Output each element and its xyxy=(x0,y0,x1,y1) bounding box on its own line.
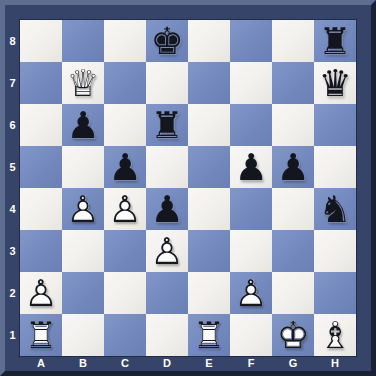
black-pawn-icon: ♟ xyxy=(230,146,272,188)
white-king-outline-icon: ♔ xyxy=(272,314,314,356)
piece-black-king[interactable]: ♚ xyxy=(146,20,188,62)
piece-black-rook[interactable]: ♜ xyxy=(146,104,188,146)
square-c6[interactable] xyxy=(104,104,146,146)
square-d8[interactable]: ♚ xyxy=(146,20,188,62)
square-f2[interactable]: ♟♙ xyxy=(230,272,272,314)
square-f7[interactable] xyxy=(230,62,272,104)
white-pawn-outline-icon: ♙ xyxy=(146,230,188,272)
file-label-c: C xyxy=(104,356,146,371)
square-d6[interactable]: ♜ xyxy=(146,104,188,146)
square-c1[interactable] xyxy=(104,314,146,356)
square-c2[interactable] xyxy=(104,272,146,314)
square-g4[interactable] xyxy=(272,188,314,230)
black-pawn-icon: ♟ xyxy=(62,104,104,146)
file-label-b: B xyxy=(62,356,104,371)
black-rook-icon: ♜ xyxy=(146,104,188,146)
rank-label-6: 6 xyxy=(5,104,20,146)
square-e1[interactable]: ♜♖ xyxy=(188,314,230,356)
square-d7[interactable] xyxy=(146,62,188,104)
square-c8[interactable] xyxy=(104,20,146,62)
file-label-h: H xyxy=(314,356,356,371)
square-d1[interactable] xyxy=(146,314,188,356)
piece-white-king[interactable]: ♚♔ xyxy=(272,314,314,356)
square-h7[interactable]: ♛ xyxy=(314,62,356,104)
square-b7[interactable]: ♛♕ xyxy=(62,62,104,104)
chess-board-frame: ♚♜♛♕♛♟♜♟♟♟♟♙♟♙♟♞♟♙♟♙♟♙♜♖♜♖♚♔♝♗ 87654321A… xyxy=(0,0,376,376)
square-h6[interactable] xyxy=(314,104,356,146)
square-h5[interactable] xyxy=(314,146,356,188)
square-d3[interactable]: ♟♙ xyxy=(146,230,188,272)
black-pawn-icon: ♟ xyxy=(146,188,188,230)
square-b5[interactable] xyxy=(62,146,104,188)
square-f3[interactable] xyxy=(230,230,272,272)
piece-white-pawn[interactable]: ♟♙ xyxy=(20,272,62,314)
square-g7[interactable] xyxy=(272,62,314,104)
piece-white-pawn[interactable]: ♟♙ xyxy=(230,272,272,314)
square-f4[interactable] xyxy=(230,188,272,230)
white-rook-outline-icon: ♖ xyxy=(20,314,62,356)
rank-label-4: 4 xyxy=(5,188,20,230)
square-b8[interactable] xyxy=(62,20,104,62)
white-bishop-outline-icon: ♗ xyxy=(314,314,356,356)
black-rook-icon: ♜ xyxy=(314,20,356,62)
white-pawn-outline-icon: ♙ xyxy=(62,188,104,230)
square-a8[interactable] xyxy=(20,20,62,62)
piece-black-pawn[interactable]: ♟ xyxy=(230,146,272,188)
square-a4[interactable] xyxy=(20,188,62,230)
square-a3[interactable] xyxy=(20,230,62,272)
square-a1[interactable]: ♜♖ xyxy=(20,314,62,356)
square-f6[interactable] xyxy=(230,104,272,146)
rank-label-8: 8 xyxy=(5,20,20,62)
square-d5[interactable] xyxy=(146,146,188,188)
square-e7[interactable] xyxy=(188,62,230,104)
piece-black-queen[interactable]: ♛ xyxy=(314,62,356,104)
square-e6[interactable] xyxy=(188,104,230,146)
rank-label-5: 5 xyxy=(5,146,20,188)
file-label-e: E xyxy=(188,356,230,371)
square-g8[interactable] xyxy=(272,20,314,62)
square-g1[interactable]: ♚♔ xyxy=(272,314,314,356)
square-f1[interactable] xyxy=(230,314,272,356)
square-g3[interactable] xyxy=(272,230,314,272)
piece-white-rook[interactable]: ♜♖ xyxy=(20,314,62,356)
piece-white-pawn[interactable]: ♟♙ xyxy=(146,230,188,272)
piece-black-pawn[interactable]: ♟ xyxy=(104,146,146,188)
square-h4[interactable]: ♞ xyxy=(314,188,356,230)
square-e8[interactable] xyxy=(188,20,230,62)
black-knight-icon: ♞ xyxy=(314,188,356,230)
square-d4[interactable]: ♟ xyxy=(146,188,188,230)
rank-label-7: 7 xyxy=(5,62,20,104)
square-e3[interactable] xyxy=(188,230,230,272)
square-b6[interactable]: ♟ xyxy=(62,104,104,146)
square-h1[interactable]: ♝♗ xyxy=(314,314,356,356)
square-b1[interactable] xyxy=(62,314,104,356)
piece-white-rook[interactable]: ♜♖ xyxy=(188,314,230,356)
rank-label-1: 1 xyxy=(5,314,20,356)
white-pawn-outline-icon: ♙ xyxy=(104,188,146,230)
piece-white-bishop[interactable]: ♝♗ xyxy=(314,314,356,356)
square-f8[interactable] xyxy=(230,20,272,62)
square-b4[interactable]: ♟♙ xyxy=(62,188,104,230)
black-king-icon: ♚ xyxy=(146,20,188,62)
file-label-g: G xyxy=(272,356,314,371)
square-g5[interactable]: ♟ xyxy=(272,146,314,188)
piece-white-pawn[interactable]: ♟♙ xyxy=(62,188,104,230)
white-pawn-outline-icon: ♙ xyxy=(230,272,272,314)
square-b2[interactable] xyxy=(62,272,104,314)
square-e5[interactable] xyxy=(188,146,230,188)
piece-white-queen[interactable]: ♛♕ xyxy=(62,62,104,104)
square-h3[interactable] xyxy=(314,230,356,272)
piece-black-knight[interactable]: ♞ xyxy=(314,188,356,230)
chess-board: ♚♜♛♕♛♟♜♟♟♟♟♙♟♙♟♞♟♙♟♙♟♙♜♖♜♖♚♔♝♗ xyxy=(20,20,356,356)
square-a2[interactable]: ♟♙ xyxy=(20,272,62,314)
piece-black-pawn[interactable]: ♟ xyxy=(272,146,314,188)
square-a5[interactable] xyxy=(20,146,62,188)
square-e4[interactable] xyxy=(188,188,230,230)
square-a6[interactable] xyxy=(20,104,62,146)
file-label-f: F xyxy=(230,356,272,371)
white-pawn-outline-icon: ♙ xyxy=(20,272,62,314)
square-d2[interactable] xyxy=(146,272,188,314)
square-c3[interactable] xyxy=(104,230,146,272)
square-c7[interactable] xyxy=(104,62,146,104)
rank-label-2: 2 xyxy=(5,272,20,314)
rank-label-3: 3 xyxy=(5,230,20,272)
square-a7[interactable] xyxy=(20,62,62,104)
piece-white-pawn[interactable]: ♟♙ xyxy=(104,188,146,230)
black-pawn-icon: ♟ xyxy=(272,146,314,188)
square-c4[interactable]: ♟♙ xyxy=(104,188,146,230)
file-label-a: A xyxy=(20,356,62,371)
square-f5[interactable]: ♟ xyxy=(230,146,272,188)
white-queen-outline-icon: ♕ xyxy=(62,62,104,104)
square-g2[interactable] xyxy=(272,272,314,314)
white-rook-outline-icon: ♖ xyxy=(188,314,230,356)
file-label-d: D xyxy=(146,356,188,371)
square-g6[interactable] xyxy=(272,104,314,146)
square-h2[interactable] xyxy=(314,272,356,314)
square-b3[interactable] xyxy=(62,230,104,272)
square-h8[interactable]: ♜ xyxy=(314,20,356,62)
square-c5[interactable]: ♟ xyxy=(104,146,146,188)
piece-black-rook[interactable]: ♜ xyxy=(314,20,356,62)
piece-black-pawn[interactable]: ♟ xyxy=(62,104,104,146)
piece-black-pawn[interactable]: ♟ xyxy=(146,188,188,230)
black-queen-icon: ♛ xyxy=(314,62,356,104)
black-pawn-icon: ♟ xyxy=(104,146,146,188)
square-e2[interactable] xyxy=(188,272,230,314)
